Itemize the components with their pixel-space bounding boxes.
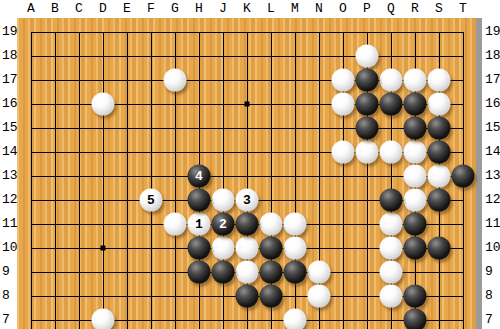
col-label-K: K: [235, 1, 259, 17]
row-label-left-10: 10: [2, 240, 16, 256]
row-label-right-14: 14: [485, 144, 500, 160]
stone-black-R15[interactable]: [404, 117, 427, 140]
stone-white-N9[interactable]: [308, 261, 331, 284]
stone-black-P16[interactable]: [356, 93, 379, 116]
stone-white-J12[interactable]: [212, 189, 235, 212]
stone-black-R7[interactable]: [404, 309, 427, 329]
stone-white-M7[interactable]: [284, 309, 307, 329]
row-label-left-15: 15: [2, 120, 16, 136]
row-label-left-12: 12: [2, 192, 16, 208]
stone-black-L8[interactable]: [260, 285, 283, 308]
move-number-4: 4: [195, 170, 203, 183]
stone-black-R8[interactable]: [404, 285, 427, 308]
stone-white-Q9[interactable]: [380, 261, 403, 284]
stone-white-R13[interactable]: [404, 165, 427, 188]
stone-white-Q10[interactable]: [380, 237, 403, 260]
stone-white-S16[interactable]: [428, 93, 451, 116]
col-label-R: R: [403, 1, 427, 17]
col-label-P: P: [355, 1, 379, 17]
col-label-F: F: [139, 1, 163, 17]
stone-white-D16[interactable]: [92, 93, 115, 116]
col-label-A: A: [19, 1, 43, 17]
row-label-right-11: 11: [485, 216, 500, 232]
row-label-right-19: 19: [485, 24, 500, 40]
stone-white-G11[interactable]: [164, 213, 187, 236]
col-label-E: E: [115, 1, 139, 17]
stone-black-T13[interactable]: [452, 165, 475, 188]
row-label-right-17: 17: [485, 72, 500, 88]
board-edge-shadow: [476, 18, 482, 329]
stone-white-P18[interactable]: [356, 45, 379, 68]
stone-black-P17[interactable]: [356, 69, 379, 92]
col-label-G: G: [163, 1, 187, 17]
stone-white-Q11[interactable]: [380, 213, 403, 236]
col-label-B: B: [43, 1, 67, 17]
stone-black-M9[interactable]: [284, 261, 307, 284]
col-label-T: T: [451, 1, 475, 17]
col-label-N: N: [307, 1, 331, 17]
col-label-L: L: [259, 1, 283, 17]
stone-black-H9[interactable]: [188, 261, 211, 284]
stone-black-S10[interactable]: [428, 237, 451, 260]
stone-black-J9[interactable]: [212, 261, 235, 284]
stone-black-S15[interactable]: [428, 117, 451, 140]
move-number-2: 2: [219, 218, 227, 231]
move-number-1: 1: [195, 218, 203, 231]
stone-white-J10[interactable]: [212, 237, 235, 260]
stone-white-Q14[interactable]: [380, 141, 403, 164]
stone-black-K8[interactable]: [236, 285, 259, 308]
stone-white-H11[interactable]: 1: [188, 213, 211, 236]
stone-white-R14[interactable]: [404, 141, 427, 164]
stone-white-N8[interactable]: [308, 285, 331, 308]
stone-white-O14[interactable]: [332, 141, 355, 164]
col-label-H: H: [187, 1, 211, 17]
stone-black-L9[interactable]: [260, 261, 283, 284]
stone-white-S17[interactable]: [428, 69, 451, 92]
move-number-5: 5: [147, 194, 155, 207]
row-label-right-16: 16: [485, 96, 500, 112]
stone-white-P14[interactable]: [356, 141, 379, 164]
stone-black-K11[interactable]: [236, 213, 259, 236]
row-label-right-8: 8: [485, 288, 500, 304]
stone-black-R11[interactable]: [404, 213, 427, 236]
col-label-S: S: [427, 1, 451, 17]
stone-white-K12[interactable]: 3: [236, 189, 259, 212]
stone-white-R17[interactable]: [404, 69, 427, 92]
row-label-left-18: 18: [2, 48, 16, 64]
col-label-D: D: [91, 1, 115, 17]
stone-white-R12[interactable]: [404, 189, 427, 212]
stone-black-R10[interactable]: [404, 237, 427, 260]
row-label-left-19: 19: [2, 24, 16, 40]
col-label-Q: Q: [379, 1, 403, 17]
hoshi-K16: [245, 102, 250, 107]
row-label-left-9: 9: [2, 264, 16, 280]
stone-black-H10[interactable]: [188, 237, 211, 260]
row-label-left-11: 11: [2, 216, 16, 232]
stone-white-O17[interactable]: [332, 69, 355, 92]
stone-white-O16[interactable]: [332, 93, 355, 116]
stone-black-S12[interactable]: [428, 189, 451, 212]
col-label-J: J: [211, 1, 235, 17]
stone-black-Q12[interactable]: [380, 189, 403, 212]
stone-white-F12[interactable]: 5: [140, 189, 163, 212]
stone-white-Q17[interactable]: [380, 69, 403, 92]
stone-white-D7[interactable]: [92, 309, 115, 329]
col-label-O: O: [331, 1, 355, 17]
row-label-left-7: 7: [2, 312, 16, 328]
row-label-left-16: 16: [2, 96, 16, 112]
stone-white-Q8[interactable]: [380, 285, 403, 308]
row-label-left-14: 14: [2, 144, 16, 160]
col-label-C: C: [67, 1, 91, 17]
stone-black-Q16[interactable]: [380, 93, 403, 116]
stone-black-S14[interactable]: [428, 141, 451, 164]
stone-white-M11[interactable]: [284, 213, 307, 236]
col-label-M: M: [283, 1, 307, 17]
stone-white-L11[interactable]: [260, 213, 283, 236]
hoshi-D10: [101, 246, 106, 251]
go-board-screenshot: 53142 ABCDEFGHJKLMNOPQRST 19181716151413…: [0, 0, 500, 329]
row-label-right-7: 7: [485, 312, 500, 328]
move-number-3: 3: [243, 194, 251, 207]
stone-black-P15[interactable]: [356, 117, 379, 140]
row-label-right-13: 13: [485, 168, 500, 184]
row-label-right-9: 9: [485, 264, 500, 280]
row-label-right-12: 12: [485, 192, 500, 208]
row-label-left-13: 13: [2, 168, 16, 184]
stone-white-S13[interactable]: [428, 165, 451, 188]
stone-white-K9[interactable]: [236, 261, 259, 284]
stone-black-H12[interactable]: [188, 189, 211, 212]
stone-black-L10[interactable]: [260, 237, 283, 260]
row-label-right-10: 10: [485, 240, 500, 256]
stone-black-H13[interactable]: 4: [188, 165, 211, 188]
stone-white-M10[interactable]: [284, 237, 307, 260]
stone-black-R16[interactable]: [404, 93, 427, 116]
stone-white-G17[interactable]: [164, 69, 187, 92]
row-label-right-15: 15: [485, 120, 500, 136]
stone-black-J11[interactable]: 2: [212, 213, 235, 236]
row-label-right-18: 18: [485, 48, 500, 64]
row-label-left-17: 17: [2, 72, 16, 88]
stone-white-K10[interactable]: [236, 237, 259, 260]
row-label-left-8: 8: [2, 288, 16, 304]
